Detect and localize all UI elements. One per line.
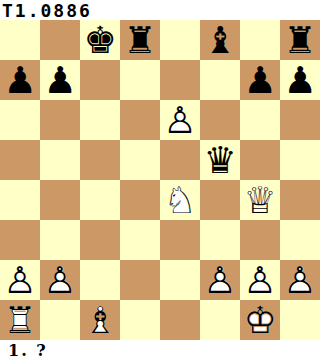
square-d8[interactable]: ♜ [120,20,160,60]
square-h3[interactable] [280,220,320,260]
piece-white-pawn[interactable]: ♟♙ [40,260,80,300]
square-f5[interactable]: ♛ [200,140,240,180]
piece-glyph: ♜ [280,20,320,60]
puzzle-id: T1.0886 [0,0,320,20]
square-f8[interactable]: ♝ [200,20,240,60]
piece-outline: ♙ [200,260,240,300]
square-h6[interactable] [280,100,320,140]
piece-white-pawn[interactable]: ♟♙ [200,260,240,300]
square-b5[interactable] [40,140,80,180]
square-f6[interactable] [200,100,240,140]
piece-outline: ♙ [0,260,40,300]
piece-white-knight[interactable]: ♞♘ [160,180,200,220]
square-g6[interactable] [240,100,280,140]
chess-board: ♚♜♝♜♟♟♟♟♟♙♛♞♘♛♕♟♙♟♙♟♙♟♙♟♙♜♖♝♗♚♔ [0,20,320,340]
square-g7[interactable]: ♟ [240,60,280,100]
piece-fill: ♞ [160,180,200,220]
piece-white-rook[interactable]: ♜♖ [0,300,40,340]
piece-fill: ♟ [0,260,40,300]
square-a2[interactable]: ♟♙ [0,260,40,300]
piece-glyph: ♝ [200,20,240,60]
square-b4[interactable] [40,180,80,220]
piece-black-pawn[interactable]: ♟ [0,60,40,100]
square-a1[interactable]: ♜♖ [0,300,40,340]
square-b3[interactable] [40,220,80,260]
square-f2[interactable]: ♟♙ [200,260,240,300]
piece-white-king[interactable]: ♚♔ [240,300,280,340]
square-c4[interactable] [80,180,120,220]
square-h2[interactable]: ♟♙ [280,260,320,300]
piece-outline: ♙ [40,260,80,300]
piece-white-pawn[interactable]: ♟♙ [0,260,40,300]
square-d4[interactable] [120,180,160,220]
square-c2[interactable] [80,260,120,300]
piece-glyph: ♟ [240,60,280,100]
square-e7[interactable] [160,60,200,100]
square-a7[interactable]: ♟ [0,60,40,100]
square-b8[interactable] [40,20,80,60]
piece-white-pawn[interactable]: ♟♙ [240,260,280,300]
piece-glyph: ♟ [40,60,80,100]
piece-black-rook[interactable]: ♜ [280,20,320,60]
piece-fill: ♟ [200,260,240,300]
piece-glyph: ♛ [200,140,240,180]
square-d5[interactable] [120,140,160,180]
piece-glyph: ♚ [80,20,120,60]
square-c6[interactable] [80,100,120,140]
piece-fill: ♟ [160,100,200,140]
piece-fill: ♜ [0,300,40,340]
piece-white-pawn[interactable]: ♟♙ [160,100,200,140]
piece-fill: ♟ [240,260,280,300]
square-h7[interactable]: ♟ [280,60,320,100]
square-c1[interactable]: ♝♗ [80,300,120,340]
piece-white-pawn[interactable]: ♟♙ [280,260,320,300]
square-c7[interactable] [80,60,120,100]
piece-fill: ♛ [240,180,280,220]
square-c5[interactable] [80,140,120,180]
piece-outline: ♙ [240,260,280,300]
square-d6[interactable] [120,100,160,140]
piece-glyph: ♟ [280,60,320,100]
piece-fill: ♟ [280,260,320,300]
piece-outline: ♙ [280,260,320,300]
square-e2[interactable] [160,260,200,300]
piece-fill: ♝ [80,300,120,340]
square-h4[interactable] [280,180,320,220]
square-a6[interactable] [0,100,40,140]
piece-black-king[interactable]: ♚ [80,20,120,60]
piece-outline: ♘ [160,180,200,220]
square-g1[interactable]: ♚♔ [240,300,280,340]
square-b1[interactable] [40,300,80,340]
piece-black-pawn[interactable]: ♟ [240,60,280,100]
piece-black-pawn[interactable]: ♟ [280,60,320,100]
square-e5[interactable] [160,140,200,180]
square-h8[interactable]: ♜ [280,20,320,60]
piece-outline: ♔ [240,300,280,340]
square-c8[interactable]: ♚ [80,20,120,60]
square-g3[interactable] [240,220,280,260]
square-b6[interactable] [40,100,80,140]
piece-black-bishop[interactable]: ♝ [200,20,240,60]
piece-outline: ♖ [0,300,40,340]
piece-black-rook[interactable]: ♜ [120,20,160,60]
square-f1[interactable] [200,300,240,340]
square-f7[interactable] [200,60,240,100]
move-prompt: 1. ? [0,340,320,360]
square-e1[interactable] [160,300,200,340]
square-h5[interactable] [280,140,320,180]
square-a8[interactable] [0,20,40,60]
piece-black-queen[interactable]: ♛ [200,140,240,180]
square-a5[interactable] [0,140,40,180]
square-h1[interactable] [280,300,320,340]
square-e3[interactable] [160,220,200,260]
square-d3[interactable] [120,220,160,260]
piece-white-queen[interactable]: ♛♕ [240,180,280,220]
square-f4[interactable] [200,180,240,220]
square-e6[interactable]: ♟♙ [160,100,200,140]
piece-fill: ♚ [240,300,280,340]
square-c3[interactable] [80,220,120,260]
piece-fill: ♟ [40,260,80,300]
square-g5[interactable] [240,140,280,180]
piece-black-pawn[interactable]: ♟ [40,60,80,100]
piece-outline: ♕ [240,180,280,220]
piece-outline: ♙ [160,100,200,140]
square-a4[interactable] [0,180,40,220]
square-f3[interactable] [200,220,240,260]
square-g8[interactable] [240,20,280,60]
square-g2[interactable]: ♟♙ [240,260,280,300]
piece-white-bishop[interactable]: ♝♗ [80,300,120,340]
square-e8[interactable] [160,20,200,60]
square-d7[interactable] [120,60,160,100]
square-b2[interactable]: ♟♙ [40,260,80,300]
square-d1[interactable] [120,300,160,340]
piece-outline: ♗ [80,300,120,340]
square-b7[interactable]: ♟ [40,60,80,100]
square-d2[interactable] [120,260,160,300]
piece-glyph: ♟ [0,60,40,100]
square-e4[interactable]: ♞♘ [160,180,200,220]
piece-glyph: ♜ [120,20,160,60]
square-g4[interactable]: ♛♕ [240,180,280,220]
square-a3[interactable] [0,220,40,260]
